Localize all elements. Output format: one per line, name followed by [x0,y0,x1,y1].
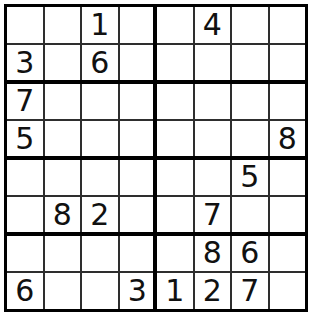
cell-r5c3[interactable] [82,159,118,195]
cell-r4c6[interactable] [195,121,231,157]
cell-r6c4[interactable] [120,197,156,233]
cell-r5c7[interactable]: 5 [232,159,268,195]
cell-r4c4[interactable] [120,121,156,157]
cell-r8c2[interactable] [45,273,81,309]
cell-r1c6[interactable]: 4 [195,7,231,43]
cell-r2c4[interactable] [120,45,156,81]
cell-r2c3[interactable]: 6 [82,45,118,81]
cell-r5c1[interactable] [7,159,43,195]
cell-r2c1[interactable]: 3 [7,45,43,81]
cell-r7c6[interactable]: 8 [195,235,231,271]
cell-r7c1[interactable] [7,235,43,271]
cell-r8c5[interactable]: 1 [157,273,193,309]
cell-r3c3[interactable] [82,83,118,119]
cell-r4c3[interactable] [82,121,118,157]
cell-r6c5[interactable] [157,197,193,233]
cell-r3c1[interactable]: 7 [7,83,43,119]
cell-r7c2[interactable] [45,235,81,271]
cell-r4c7[interactable] [232,121,268,157]
cell-r5c6[interactable] [195,159,231,195]
cell-r2c7[interactable] [232,45,268,81]
cell-r2c6[interactable] [195,45,231,81]
cell-r8c6[interactable]: 2 [195,273,231,309]
cell-r6c6[interactable]: 7 [195,197,231,233]
cell-r1c4[interactable] [120,7,156,43]
cell-r3c7[interactable] [232,83,268,119]
cell-r7c7[interactable]: 6 [232,235,268,271]
cell-r4c8[interactable]: 8 [270,121,306,157]
cell-r3c5[interactable] [157,83,193,119]
cell-r2c2[interactable] [45,45,81,81]
cell-r3c4[interactable] [120,83,156,119]
cell-r7c5[interactable] [157,235,193,271]
cell-r4c1[interactable]: 5 [7,121,43,157]
cell-r8c8[interactable] [270,273,306,309]
cell-r3c2[interactable] [45,83,81,119]
cell-r1c1[interactable] [7,7,43,43]
cell-r2c8[interactable] [270,45,306,81]
cell-r6c3[interactable]: 2 [82,197,118,233]
cell-r7c4[interactable] [120,235,156,271]
cell-r5c5[interactable] [157,159,193,195]
cell-r5c8[interactable] [270,159,306,195]
sudoku-board: 143675858278663127 [4,4,308,312]
cell-r5c2[interactable] [45,159,81,195]
cell-r3c8[interactable] [270,83,306,119]
cell-r4c5[interactable] [157,121,193,157]
cell-r1c3[interactable]: 1 [82,7,118,43]
cell-r6c1[interactable] [7,197,43,233]
cell-r1c5[interactable] [157,7,193,43]
cell-r7c3[interactable] [82,235,118,271]
cell-r1c2[interactable] [45,7,81,43]
cell-r6c2[interactable]: 8 [45,197,81,233]
cell-r5c4[interactable] [120,159,156,195]
cell-r8c1[interactable]: 6 [7,273,43,309]
cell-r8c4[interactable]: 3 [120,273,156,309]
cell-r3c6[interactable] [195,83,231,119]
cell-r2c5[interactable] [157,45,193,81]
cell-r6c7[interactable] [232,197,268,233]
cell-r8c7[interactable]: 7 [232,273,268,309]
cell-r4c2[interactable] [45,121,81,157]
cell-r1c8[interactable] [270,7,306,43]
cell-r7c8[interactable] [270,235,306,271]
cell-r8c3[interactable] [82,273,118,309]
cell-r6c8[interactable] [270,197,306,233]
cell-r1c7[interactable] [232,7,268,43]
